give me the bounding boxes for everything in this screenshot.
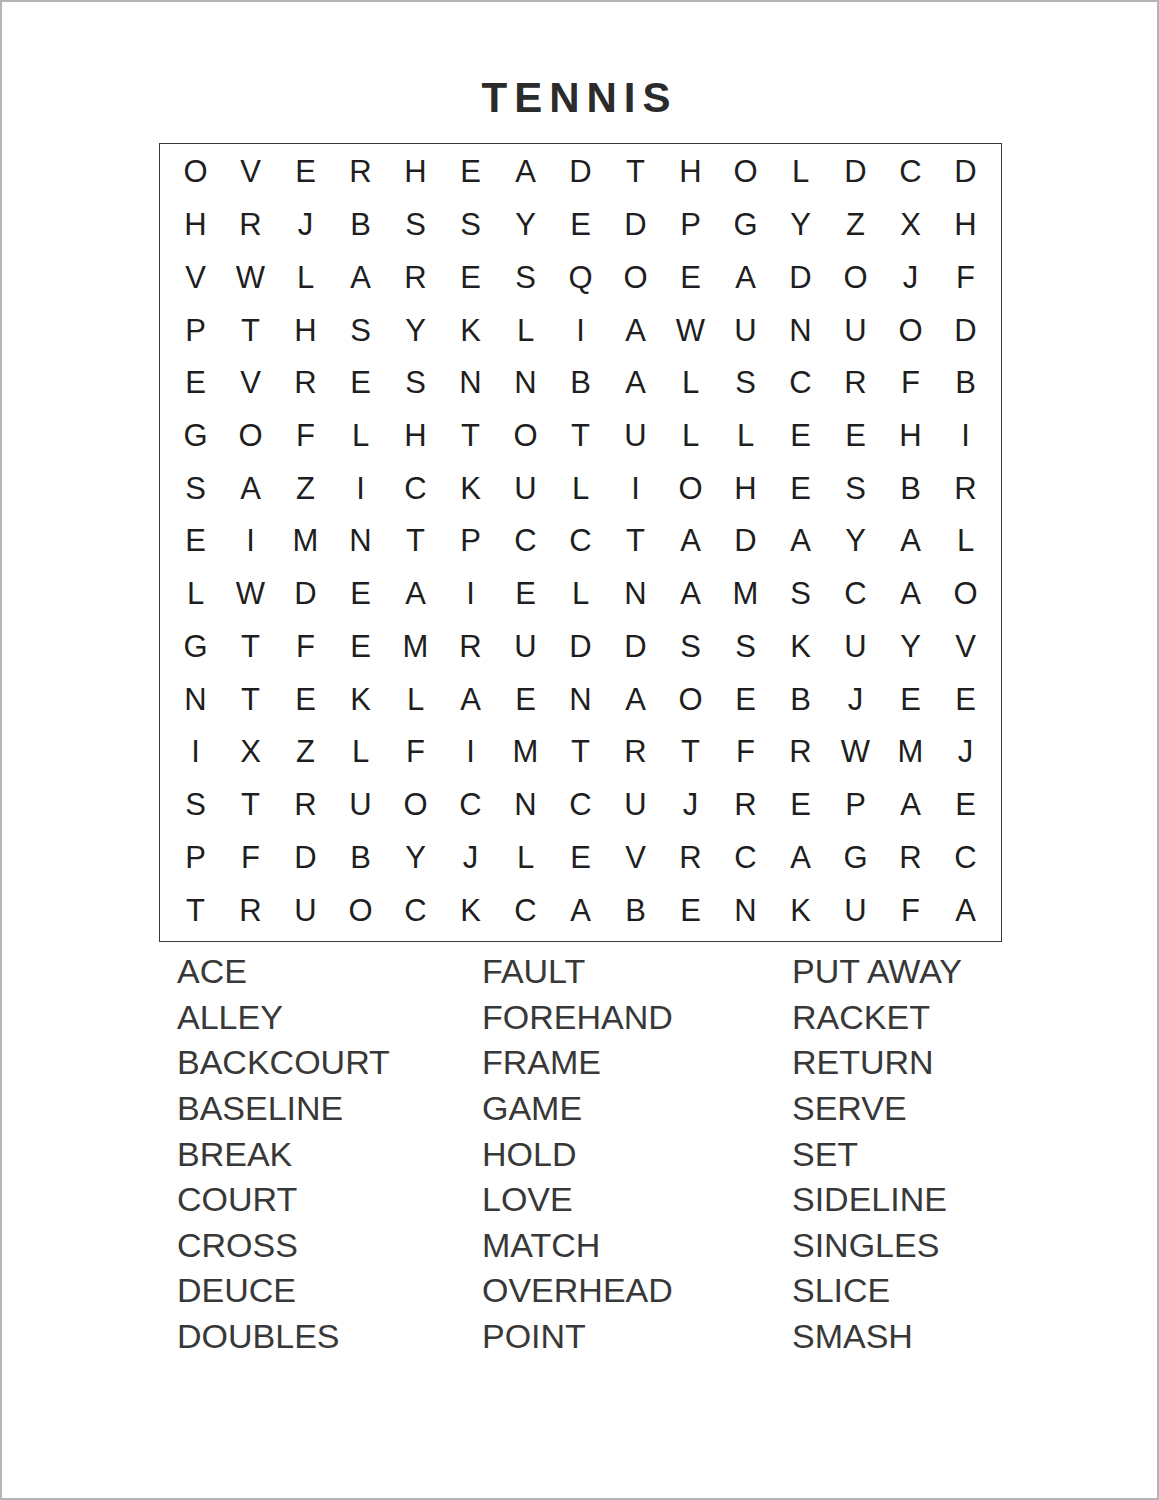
grid-cell-r9c4[interactable]: E (333, 568, 388, 621)
grid-cell-r1c5[interactable]: H (388, 146, 443, 199)
grid-cell-r15c10[interactable]: E (663, 884, 718, 937)
grid-cell-r10c1[interactable]: G (168, 621, 223, 674)
grid-cell-r7c10[interactable]: O (663, 462, 718, 515)
grid-cell-r2c6[interactable]: S (443, 199, 498, 252)
grid-cell-r10c12[interactable]: K (773, 621, 828, 674)
grid-cell-r6c13[interactable]: E (828, 410, 883, 463)
grid-cell-r3c9[interactable]: O (608, 251, 663, 304)
grid-cell-r4c1[interactable]: P (168, 304, 223, 357)
grid-cell-r8c5[interactable]: T (388, 515, 443, 568)
word-item: BASELINE (177, 1086, 390, 1132)
grid-cell-r15c14[interactable]: F (883, 884, 938, 937)
grid-cell-r1c3[interactable]: E (278, 146, 333, 199)
grid-cell-r14c4[interactable]: B (333, 832, 388, 885)
grid-cell-r9c11[interactable]: M (718, 568, 773, 621)
grid-cell-r1c2[interactable]: V (223, 146, 278, 199)
grid-cell-r4c12[interactable]: N (773, 304, 828, 357)
word-item: SLICE (792, 1268, 962, 1314)
grid-cell-r8c11[interactable]: D (718, 515, 773, 568)
grid-cell-r1c11[interactable]: O (718, 146, 773, 199)
word-item: COURT (177, 1177, 390, 1223)
grid-cell-r10c4[interactable]: E (333, 621, 388, 674)
grid-cell-r15c12[interactable]: K (773, 884, 828, 937)
grid-cell-r14c9[interactable]: V (608, 832, 663, 885)
grid-cell-r7c2[interactable]: A (223, 462, 278, 515)
grid-cell-r11c11[interactable]: E (718, 673, 773, 726)
grid-cell-r12c8[interactable]: T (553, 726, 608, 779)
grid-cell-r3c3[interactable]: L (278, 251, 333, 304)
grid-cell-r15c13[interactable]: U (828, 884, 883, 937)
grid-cell-r7c15[interactable]: R (938, 462, 993, 515)
grid-cell-r13c6[interactable]: C (443, 779, 498, 832)
grid-cell-r7c9[interactable]: I (608, 462, 663, 515)
grid-cell-r6c7[interactable]: O (498, 410, 553, 463)
grid-cell-r11c13[interactable]: J (828, 673, 883, 726)
grid-cell-r12c10[interactable]: T (663, 726, 718, 779)
grid-cell-r11c6[interactable]: A (443, 673, 498, 726)
grid-cell-r10c9[interactable]: D (608, 621, 663, 674)
grid-cell-r8c6[interactable]: P (443, 515, 498, 568)
grid-cell-r6c14[interactable]: H (883, 410, 938, 463)
grid-cell-r15c8[interactable]: A (553, 884, 608, 937)
grid-cell-r15c15[interactable]: A (938, 884, 993, 937)
grid-cell-r11c3[interactable]: E (278, 673, 333, 726)
grid-cell-r7c1[interactable]: S (168, 462, 223, 515)
grid-cell-r1c9[interactable]: T (608, 146, 663, 199)
grid-cell-r4c10[interactable]: W (663, 304, 718, 357)
grid-cell-r4c4[interactable]: S (333, 304, 388, 357)
grid-cell-r7c5[interactable]: C (388, 462, 443, 515)
grid-cell-r4c14[interactable]: O (883, 304, 938, 357)
grid-cell-r9c13[interactable]: C (828, 568, 883, 621)
word-item: CROSS (177, 1223, 390, 1269)
grid-cell-r2c4[interactable]: B (333, 199, 388, 252)
grid-cell-r1c12[interactable]: L (773, 146, 828, 199)
grid-cell-r10c15[interactable]: V (938, 621, 993, 674)
grid-cell-r1c4[interactable]: R (333, 146, 388, 199)
grid-cell-r13c2[interactable]: T (223, 779, 278, 832)
grid-cell-r3c4[interactable]: A (333, 251, 388, 304)
grid-cell-r2c14[interactable]: X (883, 199, 938, 252)
grid-cell-r4c7[interactable]: L (498, 304, 553, 357)
grid-cell-r12c2[interactable]: X (223, 726, 278, 779)
grid-cell-r6c11[interactable]: L (718, 410, 773, 463)
grid-cell-r14c10[interactable]: R (663, 832, 718, 885)
word-item: RACKET (792, 995, 962, 1041)
grid-cell-r3c12[interactable]: D (773, 251, 828, 304)
grid-cell-r11c9[interactable]: A (608, 673, 663, 726)
grid-cell-r6c9[interactable]: U (608, 410, 663, 463)
grid-cell-r5c5[interactable]: S (388, 357, 443, 410)
grid-cell-r13c8[interactable]: C (553, 779, 608, 832)
grid-cell-r9c14[interactable]: A (883, 568, 938, 621)
grid-cell-r6c1[interactable]: G (168, 410, 223, 463)
grid-cell-r8c1[interactable]: E (168, 515, 223, 568)
grid-cell-r10c10[interactable]: S (663, 621, 718, 674)
grid-cell-r6c5[interactable]: H (388, 410, 443, 463)
grid-cell-r8c13[interactable]: Y (828, 515, 883, 568)
grid-cell-r7c3[interactable]: Z (278, 462, 333, 515)
grid-cell-r12c15[interactable]: J (938, 726, 993, 779)
grid-cell-r1c14[interactable]: C (883, 146, 938, 199)
grid-cell-r9c2[interactable]: W (223, 568, 278, 621)
grid-cell-r15c7[interactable]: C (498, 884, 553, 937)
grid-cell-r11c15[interactable]: E (938, 673, 993, 726)
grid-cell-r10c2[interactable]: T (223, 621, 278, 674)
grid-cell-r6c6[interactable]: T (443, 410, 498, 463)
grid-cell-r9c5[interactable]: A (388, 568, 443, 621)
grid-cell-r9c12[interactable]: S (773, 568, 828, 621)
grid-cell-r14c3[interactable]: D (278, 832, 333, 885)
word-item: PUT AWAY (792, 949, 962, 995)
grid-cell-r12c4[interactable]: L (333, 726, 388, 779)
grid-cell-r5c4[interactable]: E (333, 357, 388, 410)
grid-cell-r10c8[interactable]: D (553, 621, 608, 674)
grid-cell-r3c13[interactable]: O (828, 251, 883, 304)
grid-cell-r10c6[interactable]: R (443, 621, 498, 674)
grid-cell-r7c13[interactable]: S (828, 462, 883, 515)
grid-cell-r13c4[interactable]: U (333, 779, 388, 832)
word-item: FRAME (482, 1040, 673, 1086)
grid-cell-r7c8[interactable]: L (553, 462, 608, 515)
grid-cell-r4c11[interactable]: U (718, 304, 773, 357)
grid-cell-r11c14[interactable]: E (883, 673, 938, 726)
grid-cell-r1c6[interactable]: E (443, 146, 498, 199)
word-item: ALLEY (177, 995, 390, 1041)
grid-cell-r6c3[interactable]: F (278, 410, 333, 463)
grid-cell-r8c3[interactable]: M (278, 515, 333, 568)
word-item: RETURN (792, 1040, 962, 1086)
grid-cell-r4c3[interactable]: H (278, 304, 333, 357)
grid-cell-r12c6[interactable]: I (443, 726, 498, 779)
grid-cell-r14c12[interactable]: A (773, 832, 828, 885)
word-item: DOUBLES (177, 1314, 390, 1360)
grid-cell-r15c5[interactable]: C (388, 884, 443, 937)
grid-cell-r2c2[interactable]: R (223, 199, 278, 252)
word-item: ACE (177, 949, 390, 995)
grid-cell-r13c9[interactable]: U (608, 779, 663, 832)
grid-cell-r11c8[interactable]: N (553, 673, 608, 726)
grid-cell-r5c8[interactable]: B (553, 357, 608, 410)
grid-cell-r1c13[interactable]: D (828, 146, 883, 199)
puzzle-title: TENNIS (2, 74, 1157, 122)
grid-cell-r13c13[interactable]: P (828, 779, 883, 832)
grid-cell-r5c7[interactable]: N (498, 357, 553, 410)
grid-cell-r11c1[interactable]: N (168, 673, 223, 726)
grid-cell-r14c14[interactable]: R (883, 832, 938, 885)
grid-cell-r10c3[interactable]: F (278, 621, 333, 674)
grid-cell-r5c12[interactable]: C (773, 357, 828, 410)
grid-cell-r14c15[interactable]: C (938, 832, 993, 885)
grid-cell-r12c11[interactable]: F (718, 726, 773, 779)
grid-cell-r11c7[interactable]: E (498, 673, 553, 726)
word-item: SET (792, 1131, 962, 1177)
grid-cell-r4c5[interactable]: Y (388, 304, 443, 357)
grid-cell-r15c1[interactable]: T (168, 884, 223, 937)
grid-cell-r2c7[interactable]: Y (498, 199, 553, 252)
grid-cell-r6c12[interactable]: E (773, 410, 828, 463)
grid-cell-r12c9[interactable]: R (608, 726, 663, 779)
grid-cell-r4c9[interactable]: A (608, 304, 663, 357)
grid-cell-r12c3[interactable]: Z (278, 726, 333, 779)
grid-cell-r13c11[interactable]: R (718, 779, 773, 832)
grid-cell-r10c5[interactable]: M (388, 621, 443, 674)
grid-cell-r15c3[interactable]: U (278, 884, 333, 937)
grid-cell-r2c10[interactable]: P (663, 199, 718, 252)
grid-cell-r1c7[interactable]: A (498, 146, 553, 199)
grid-cell-r9c15[interactable]: O (938, 568, 993, 621)
grid-cell-r14c2[interactable]: F (223, 832, 278, 885)
grid-cell-r3c8[interactable]: Q (553, 251, 608, 304)
word-item: LOVE (482, 1177, 673, 1223)
grid-cell-r5c11[interactable]: S (718, 357, 773, 410)
grid-cell-r4c2[interactable]: T (223, 304, 278, 357)
grid-cell-r1c10[interactable]: H (663, 146, 718, 199)
grid-cell-r15c6[interactable]: K (443, 884, 498, 937)
grid-cell-r5c1[interactable]: E (168, 357, 223, 410)
grid-cell-r11c4[interactable]: K (333, 673, 388, 726)
grid-cell-r13c14[interactable]: A (883, 779, 938, 832)
grid-cell-r10c13[interactable]: U (828, 621, 883, 674)
grid-cell-r5c6[interactable]: N (443, 357, 498, 410)
grid-cell-r12c13[interactable]: W (828, 726, 883, 779)
grid-cell-r8c9[interactable]: T (608, 515, 663, 568)
grid-cell-r11c12[interactable]: B (773, 673, 828, 726)
grid-cell-r2c8[interactable]: E (553, 199, 608, 252)
grid-cell-r6c2[interactable]: O (223, 410, 278, 463)
grid-cell-r14c6[interactable]: J (443, 832, 498, 885)
grid-cell-r14c1[interactable]: P (168, 832, 223, 885)
grid-cell-r8c2[interactable]: I (223, 515, 278, 568)
grid-cell-r9c8[interactable]: L (553, 568, 608, 621)
grid-cell-r3c7[interactable]: S (498, 251, 553, 304)
grid-cell-r6c15[interactable]: I (938, 410, 993, 463)
grid-cell-r8c7[interactable]: C (498, 515, 553, 568)
grid-cell-r6c8[interactable]: T (553, 410, 608, 463)
grid-cell-r5c10[interactable]: L (663, 357, 718, 410)
grid-cell-r2c3[interactable]: J (278, 199, 333, 252)
grid-cell-r12c14[interactable]: M (883, 726, 938, 779)
grid-cell-r3c15[interactable]: F (938, 251, 993, 304)
grid-cell-r15c4[interactable]: O (333, 884, 388, 937)
grid-cell-r13c3[interactable]: R (278, 779, 333, 832)
grid-cell-r6c4[interactable]: L (333, 410, 388, 463)
grid-cell-r8c14[interactable]: A (883, 515, 938, 568)
grid-cell-r11c2[interactable]: T (223, 673, 278, 726)
grid-cell-r13c12[interactable]: E (773, 779, 828, 832)
grid-cell-r7c4[interactable]: I (333, 462, 388, 515)
grid-cell-r7c6[interactable]: K (443, 462, 498, 515)
grid-cell-r5c3[interactable]: R (278, 357, 333, 410)
grid-cell-r3c5[interactable]: R (388, 251, 443, 304)
grid-cell-r4c15[interactable]: D (938, 304, 993, 357)
grid-cell-r9c1[interactable]: L (168, 568, 223, 621)
grid-cell-r8c15[interactable]: L (938, 515, 993, 568)
grid-cell-r2c11[interactable]: G (718, 199, 773, 252)
grid-cell-r12c12[interactable]: R (773, 726, 828, 779)
grid-cell-r1c8[interactable]: D (553, 146, 608, 199)
grid-cell-r7c7[interactable]: U (498, 462, 553, 515)
grid-cell-r8c4[interactable]: N (333, 515, 388, 568)
word-item: MATCH (482, 1223, 673, 1269)
grid-cell-r2c1[interactable]: H (168, 199, 223, 252)
grid-cell-r4c6[interactable]: K (443, 304, 498, 357)
word-item: OVERHEAD (482, 1268, 673, 1314)
grid-cell-r1c15[interactable]: D (938, 146, 993, 199)
grid-cell-r14c8[interactable]: E (553, 832, 608, 885)
word-item: FAULT (482, 949, 673, 995)
word-item: SIDELINE (792, 1177, 962, 1223)
grid-cell-r10c11[interactable]: S (718, 621, 773, 674)
word-list-col-3: PUT AWAYRACKETRETURNSERVESETSIDELINESING… (792, 949, 962, 1359)
grid-cell-r2c5[interactable]: S (388, 199, 443, 252)
grid-cell-r3c2[interactable]: W (223, 251, 278, 304)
grid-cell-r14c5[interactable]: Y (388, 832, 443, 885)
grid-cell-r7c14[interactable]: B (883, 462, 938, 515)
grid-cell-r9c9[interactable]: N (608, 568, 663, 621)
grid-cell-r2c12[interactable]: Y (773, 199, 828, 252)
word-item: GAME (482, 1086, 673, 1132)
grid-cell-r15c2[interactable]: R (223, 884, 278, 937)
grid-cell-r15c9[interactable]: B (608, 884, 663, 937)
grid-cell-r13c1[interactable]: S (168, 779, 223, 832)
grid-cell-r8c10[interactable]: A (663, 515, 718, 568)
grid-cell-r15c11[interactable]: N (718, 884, 773, 937)
word-item: FOREHAND (482, 995, 673, 1041)
grid-cell-r10c7[interactable]: U (498, 621, 553, 674)
grid-cell-r9c10[interactable]: A (663, 568, 718, 621)
grid-cell-r5c2[interactable]: V (223, 357, 278, 410)
word-item: SINGLES (792, 1223, 962, 1269)
grid-cell-r13c10[interactable]: J (663, 779, 718, 832)
grid-cell-r7c12[interactable]: E (773, 462, 828, 515)
grid-cell-r8c12[interactable]: A (773, 515, 828, 568)
grid-cell-r9c3[interactable]: D (278, 568, 333, 621)
grid-cell-r12c7[interactable]: M (498, 726, 553, 779)
grid-cell-r2c13[interactable]: Z (828, 199, 883, 252)
grid-cell-r14c7[interactable]: L (498, 832, 553, 885)
grid-cell-r2c9[interactable]: D (608, 199, 663, 252)
word-item: DEUCE (177, 1268, 390, 1314)
grid-cell-r13c5[interactable]: O (388, 779, 443, 832)
grid-cell-r9c6[interactable]: I (443, 568, 498, 621)
word-item: BACKCOURT (177, 1040, 390, 1086)
grid-cell-r13c7[interactable]: N (498, 779, 553, 832)
grid-cell-r3c1[interactable]: V (168, 251, 223, 304)
grid-cell-r4c13[interactable]: U (828, 304, 883, 357)
grid-cell-r5c15[interactable]: B (938, 357, 993, 410)
grid-cell-r3c6[interactable]: E (443, 251, 498, 304)
grid-cell-r7c11[interactable]: H (718, 462, 773, 515)
word-item: HOLD (482, 1131, 673, 1177)
grid-cell-r6c10[interactable]: L (663, 410, 718, 463)
grid-cell-r2c15[interactable]: H (938, 199, 993, 252)
grid-cell-r3c11[interactable]: A (718, 251, 773, 304)
word-search-grid: OVERHEADTHOLDCDHRJBSSYEDPGYZXHVWLARESQOE… (159, 143, 1002, 942)
grid-cell-r11c10[interactable]: O (663, 673, 718, 726)
grid-cell-r10c14[interactable]: Y (883, 621, 938, 674)
grid-cell-r14c13[interactable]: G (828, 832, 883, 885)
puzzle-page: TENNIS OVERHEADTHOLDCDHRJBSSYEDPGYZXHVWL… (0, 0, 1159, 1500)
grid-cell-r11c5[interactable]: L (388, 673, 443, 726)
grid-cell-r5c13[interactable]: R (828, 357, 883, 410)
grid-cell-r4c8[interactable]: I (553, 304, 608, 357)
word-list-col-1: ACEALLEYBACKCOURTBASELINEBREAKCOURTCROSS… (177, 949, 390, 1359)
grid-cell-r3c14[interactable]: J (883, 251, 938, 304)
grid-cell-r8c8[interactable]: C (553, 515, 608, 568)
grid-cell-r9c7[interactable]: E (498, 568, 553, 621)
grid-cell-r5c14[interactable]: F (883, 357, 938, 410)
word-list-col-2: FAULTFOREHANDFRAMEGAMEHOLDLOVEMATCHOVERH… (482, 949, 673, 1359)
word-item: POINT (482, 1314, 673, 1360)
word-item: BREAK (177, 1131, 390, 1177)
word-item: SERVE (792, 1086, 962, 1132)
grid-cell-r12c5[interactable]: F (388, 726, 443, 779)
grid-cell-r1c1[interactable]: O (168, 146, 223, 199)
grid-cell-r12c1[interactable]: I (168, 726, 223, 779)
grid-cell-r3c10[interactable]: E (663, 251, 718, 304)
word-item: SMASH (792, 1314, 962, 1360)
grid-cell-r5c9[interactable]: A (608, 357, 663, 410)
grid-cell-r13c15[interactable]: E (938, 779, 993, 832)
grid-cell-r14c11[interactable]: C (718, 832, 773, 885)
